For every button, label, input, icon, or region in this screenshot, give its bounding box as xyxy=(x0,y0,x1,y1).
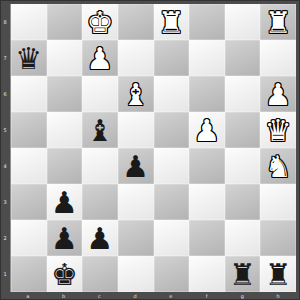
square-a8[interactable] xyxy=(11,4,47,40)
square-b6[interactable] xyxy=(47,76,83,112)
piece-white-knight-h4[interactable]: ♞ xyxy=(265,152,292,182)
square-e1[interactable] xyxy=(154,256,190,292)
piece-black-queen-a7[interactable]: ♛ xyxy=(15,44,42,74)
square-c3[interactable] xyxy=(82,184,118,220)
square-h4[interactable]: ♞ xyxy=(260,148,296,184)
rank-label-4: 4 xyxy=(0,148,10,184)
square-e6[interactable] xyxy=(154,76,190,112)
square-b7[interactable] xyxy=(47,40,83,76)
square-g1[interactable]: ♜ xyxy=(225,256,261,292)
piece-black-king-b1[interactable]: ♚ xyxy=(51,260,78,290)
piece-white-bishop-d6[interactable]: ♝ xyxy=(122,80,149,110)
file-labels: abcdefgh xyxy=(10,292,296,300)
square-d6[interactable]: ♝ xyxy=(118,76,154,112)
rank-labels: 87654321 xyxy=(0,4,10,292)
piece-white-queen-h5[interactable]: ♛ xyxy=(265,116,292,146)
square-f7[interactable] xyxy=(189,40,225,76)
piece-white-king-c8[interactable]: ♚ xyxy=(87,8,114,38)
square-a6[interactable] xyxy=(11,76,47,112)
piece-white-pawn-h6[interactable]: ♟ xyxy=(265,80,292,110)
rank-label-5: 5 xyxy=(0,112,10,148)
square-e2[interactable] xyxy=(154,220,190,256)
square-g3[interactable] xyxy=(225,184,261,220)
square-h1[interactable]: ♜ xyxy=(260,256,296,292)
rank-label-7: 7 xyxy=(0,40,10,76)
rank-label-3: 3 xyxy=(0,184,10,220)
square-h2[interactable] xyxy=(260,220,296,256)
square-g6[interactable] xyxy=(225,76,261,112)
piece-black-rook-g1[interactable]: ♜ xyxy=(229,260,256,290)
square-g7[interactable] xyxy=(225,40,261,76)
file-label-f: f xyxy=(189,292,225,300)
square-f2[interactable] xyxy=(189,220,225,256)
square-c2[interactable]: ♟ xyxy=(82,220,118,256)
file-label-b: b xyxy=(46,292,82,300)
square-d2[interactable] xyxy=(118,220,154,256)
piece-black-pawn-d4[interactable]: ♟ xyxy=(122,152,149,182)
square-a3[interactable] xyxy=(11,184,47,220)
square-a7[interactable]: ♛ xyxy=(11,40,47,76)
square-d7[interactable] xyxy=(118,40,154,76)
square-c8[interactable]: ♚ xyxy=(82,4,118,40)
square-c6[interactable] xyxy=(82,76,118,112)
square-b5[interactable] xyxy=(47,112,83,148)
square-b4[interactable] xyxy=(47,148,83,184)
square-b2[interactable]: ♟ xyxy=(47,220,83,256)
square-d3[interactable] xyxy=(118,184,154,220)
square-d4[interactable]: ♟ xyxy=(118,148,154,184)
piece-white-pawn-c7[interactable]: ♟ xyxy=(87,44,114,74)
piece-black-rook-h1[interactable]: ♜ xyxy=(265,260,292,290)
square-h3[interactable] xyxy=(260,184,296,220)
piece-black-pawn-b3[interactable]: ♟ xyxy=(51,188,78,218)
file-label-d: d xyxy=(117,292,153,300)
file-label-g: g xyxy=(225,292,261,300)
piece-black-bishop-c5[interactable]: ♝ xyxy=(87,116,114,146)
square-g2[interactable] xyxy=(225,220,261,256)
square-f3[interactable] xyxy=(189,184,225,220)
square-h6[interactable]: ♟ xyxy=(260,76,296,112)
square-a5[interactable] xyxy=(11,112,47,148)
square-e5[interactable] xyxy=(154,112,190,148)
square-d8[interactable] xyxy=(118,4,154,40)
square-e4[interactable] xyxy=(154,148,190,184)
piece-white-rook-e8[interactable]: ♜ xyxy=(158,8,185,38)
square-f4[interactable] xyxy=(189,148,225,184)
square-g4[interactable] xyxy=(225,148,261,184)
piece-black-pawn-c2[interactable]: ♟ xyxy=(87,224,114,254)
file-label-c: c xyxy=(82,292,118,300)
square-f1[interactable] xyxy=(189,256,225,292)
square-c4[interactable] xyxy=(82,148,118,184)
square-g8[interactable] xyxy=(225,4,261,40)
rank-label-6: 6 xyxy=(0,76,10,112)
square-h8[interactable]: ♜ xyxy=(260,4,296,40)
piece-white-rook-h8[interactable]: ♜ xyxy=(265,8,292,38)
square-a1[interactable] xyxy=(11,256,47,292)
square-f5[interactable]: ♟ xyxy=(189,112,225,148)
piece-white-pawn-f5[interactable]: ♟ xyxy=(193,116,220,146)
rank-label-2: 2 xyxy=(0,220,10,256)
square-b1[interactable]: ♚ xyxy=(47,256,83,292)
file-label-h: h xyxy=(260,292,296,300)
square-f6[interactable] xyxy=(189,76,225,112)
file-label-e: e xyxy=(153,292,189,300)
square-c7[interactable]: ♟ xyxy=(82,40,118,76)
square-d1[interactable] xyxy=(118,256,154,292)
square-h5[interactable]: ♛ xyxy=(260,112,296,148)
square-a2[interactable] xyxy=(11,220,47,256)
piece-black-pawn-b2[interactable]: ♟ xyxy=(51,224,78,254)
square-h7[interactable] xyxy=(260,40,296,76)
square-e8[interactable]: ♜ xyxy=(154,4,190,40)
rank-label-1: 1 xyxy=(0,256,10,292)
square-b8[interactable] xyxy=(47,4,83,40)
chess-board: ♚♜♜♛♟♝♟♝♟♛♟♞♟♟♟♚♜♜ xyxy=(10,4,296,292)
square-c1[interactable] xyxy=(82,256,118,292)
file-label-a: a xyxy=(10,292,46,300)
square-c5[interactable]: ♝ xyxy=(82,112,118,148)
square-e3[interactable] xyxy=(154,184,190,220)
chess-board-frame: 87654321 ♚♜♜♛♟♝♟♝♟♛♟♞♟♟♟♚♜♜ abcdefgh xyxy=(0,0,300,300)
square-d5[interactable] xyxy=(118,112,154,148)
square-e7[interactable] xyxy=(154,40,190,76)
rank-label-8: 8 xyxy=(0,4,10,40)
square-g5[interactable] xyxy=(225,112,261,148)
square-f8[interactable] xyxy=(189,4,225,40)
square-a4[interactable] xyxy=(11,148,47,184)
square-b3[interactable]: ♟ xyxy=(47,184,83,220)
